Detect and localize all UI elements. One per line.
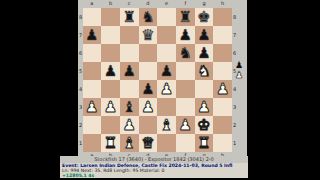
rank-label-right-1: 1	[232, 134, 247, 152]
square-b6[interactable]	[101, 44, 120, 62]
white-pawn-piece: ♟	[195, 98, 214, 116]
square-a3[interactable]: ♟	[83, 98, 102, 116]
square-b3[interactable]: ♟	[101, 98, 120, 116]
white-queen-piece: ♛	[139, 134, 158, 152]
white-king-piece: ♚	[195, 116, 214, 134]
square-e6[interactable]	[157, 44, 176, 62]
square-h3[interactable]	[213, 98, 232, 116]
black-pawn-piece: ♟	[157, 62, 176, 80]
square-f4[interactable]	[176, 80, 195, 98]
square-h4[interactable]: ♟	[213, 80, 232, 98]
square-a7[interactable]: ♟	[83, 26, 102, 44]
black-pawn-piece: ♟	[195, 44, 214, 62]
square-h6[interactable]	[213, 44, 232, 62]
square-c6[interactable]	[120, 44, 139, 62]
square-a2[interactable]	[83, 116, 102, 134]
black-knight-piece: ♞	[176, 44, 195, 62]
square-g3[interactable]: ♟	[195, 98, 214, 116]
file-label-top-c: c	[120, 0, 139, 8]
captured-black-pawn-icon: ♟	[232, 60, 246, 70]
square-f2[interactable]: ♟	[176, 116, 195, 134]
square-b8[interactable]	[101, 8, 120, 26]
file-label-top-h: h	[213, 0, 232, 8]
square-a1[interactable]	[83, 134, 102, 152]
white-pawn-piece: ♟	[139, 98, 158, 116]
square-g4[interactable]	[195, 80, 214, 98]
black-pawn-piece: ♟	[176, 26, 195, 44]
square-e7[interactable]	[157, 26, 176, 44]
square-h1[interactable]	[213, 134, 232, 152]
rank-label-right-7: 7	[232, 26, 247, 44]
video-frame: abcdefgh8♜♞♜♚87♟♛♟♟76♞♟65♟♟♟♞54♟♟♟43♟♟♝♟…	[0, 0, 320, 180]
square-b2[interactable]	[101, 116, 120, 134]
file-label-top-b: b	[101, 0, 120, 8]
square-g2[interactable]: ♚	[195, 116, 214, 134]
black-rook-piece: ♜	[176, 8, 195, 26]
match-title: Stockfish 17 (3640) - Expositor 1842 (30…	[60, 156, 248, 163]
rank-label-right-2: 2	[232, 116, 247, 134]
black-queen-piece: ♛	[139, 26, 158, 44]
square-a4[interactable]	[83, 80, 102, 98]
square-e8[interactable]	[157, 8, 176, 26]
square-d3[interactable]: ♟	[139, 98, 158, 116]
white-pawn-piece: ♟	[176, 116, 195, 134]
square-e4[interactable]: ♟	[157, 80, 176, 98]
black-pawn-piece: ♟	[120, 62, 139, 80]
chess-board: abcdefgh8♜♞♜♚87♟♛♟♟76♞♟65♟♟♟♞54♟♟♟43♟♟♝♟…	[78, 0, 247, 157]
square-f7[interactable]: ♟	[176, 26, 195, 44]
file-label-top-e: e	[157, 0, 176, 8]
file-label-top-d: d	[139, 0, 158, 8]
square-g6[interactable]: ♟	[195, 44, 214, 62]
square-d5[interactable]	[139, 62, 158, 80]
square-d1[interactable]: ♛	[139, 134, 158, 152]
square-f5[interactable]	[176, 62, 195, 80]
square-h7[interactable]	[213, 26, 232, 44]
square-b5[interactable]: ♟	[101, 62, 120, 80]
black-pawn-piece: ♟	[101, 62, 120, 80]
white-bishop-piece: ♝	[157, 116, 176, 134]
square-f6[interactable]: ♞	[176, 44, 195, 62]
square-g5[interactable]: ♞	[195, 62, 214, 80]
square-f1[interactable]	[176, 134, 195, 152]
square-a8[interactable]	[83, 8, 102, 26]
game-info-panel: Stockfish 17 (3640) - Expositor 1842 (30…	[60, 156, 248, 178]
square-c8[interactable]: ♜	[120, 8, 139, 26]
captured-white-pawn-icon: ♟	[232, 70, 246, 80]
file-label-top-f: f	[176, 0, 195, 8]
white-pawn-piece: ♟	[101, 98, 120, 116]
white-rook-piece: ♜	[195, 134, 214, 152]
square-c7[interactable]	[120, 26, 139, 44]
square-g1[interactable]: ♜	[195, 134, 214, 152]
square-h2[interactable]	[213, 116, 232, 134]
black-king-piece: ♚	[195, 8, 214, 26]
square-e2[interactable]: ♝	[157, 116, 176, 134]
white-pawn-piece: ♟	[157, 80, 176, 98]
black-knight-piece: ♞	[139, 8, 158, 26]
corner	[232, 0, 247, 8]
engine-eval: +12805.1 4s	[60, 173, 248, 178]
black-pawn-piece: ♟	[83, 26, 102, 44]
square-d4[interactable]: ♟	[139, 80, 158, 98]
square-c4[interactable]	[120, 80, 139, 98]
square-h5[interactable]	[213, 62, 232, 80]
square-b7[interactable]	[101, 26, 120, 44]
square-d8[interactable]: ♞	[139, 8, 158, 26]
rank-label-right-8: 8	[232, 8, 247, 26]
square-b1[interactable]: ♜	[101, 134, 120, 152]
square-c1[interactable]: ♝	[120, 134, 139, 152]
square-c5[interactable]: ♟	[120, 62, 139, 80]
white-knight-piece: ♞	[195, 62, 214, 80]
black-rook-piece: ♜	[120, 8, 139, 26]
square-b4[interactable]	[101, 80, 120, 98]
rank-label-right-6: 6	[232, 44, 247, 62]
white-pawn-piece: ♟	[83, 98, 102, 116]
square-e1[interactable]	[157, 134, 176, 152]
black-pawn-piece: ♟	[195, 26, 214, 44]
rank-label-right-3: 3	[232, 98, 247, 116]
file-label-top-g: g	[195, 0, 214, 8]
square-f3[interactable]	[176, 98, 195, 116]
white-rook-piece: ♜	[101, 134, 120, 152]
black-bishop-piece: ♝	[120, 98, 139, 116]
square-e5[interactable]: ♟	[157, 62, 176, 80]
file-label-top-a: a	[83, 0, 102, 8]
white-bishop-piece: ♝	[120, 134, 139, 152]
rank-label-right-4: 4	[232, 80, 247, 98]
white-pawn-piece: ♟	[120, 116, 139, 134]
board-panel: abcdefgh8♜♞♜♚87♟♛♟♟76♞♟65♟♟♟♞54♟♟♟43♟♟♝♟…	[78, 0, 247, 157]
square-d2[interactable]	[139, 116, 158, 134]
square-d6[interactable]	[139, 44, 158, 62]
square-f8[interactable]: ♜	[176, 8, 195, 26]
white-pawn-piece: ♟	[213, 80, 232, 98]
square-h8[interactable]	[213, 8, 232, 26]
captured-pieces-tray: ♟ ♟	[232, 60, 246, 80]
black-pawn-piece: ♟	[139, 80, 158, 98]
square-d7[interactable]: ♛	[139, 26, 158, 44]
square-g7[interactable]: ♟	[195, 26, 214, 44]
square-e3[interactable]	[157, 98, 176, 116]
square-c3[interactable]: ♝	[120, 98, 139, 116]
square-a5[interactable]	[83, 62, 102, 80]
square-a6[interactable]	[83, 44, 102, 62]
square-g8[interactable]: ♚	[195, 8, 214, 26]
square-c2[interactable]: ♟	[120, 116, 139, 134]
